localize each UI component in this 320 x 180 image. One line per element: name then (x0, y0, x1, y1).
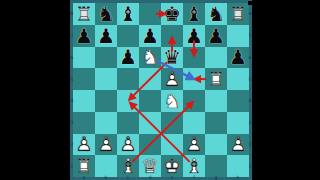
black-pawn-glyph: ♟ (139, 25, 161, 47)
piece-white-king-e1[interactable]: ♚♔ (161, 155, 183, 177)
piece-black-rook-a8[interactable]: ♜♖ (73, 3, 95, 25)
square-d2[interactable] (139, 134, 161, 156)
piece-black-bishop-c8[interactable]: ♝ (117, 3, 139, 25)
square-b2[interactable]: ♟♙ (95, 134, 117, 156)
white-queen-glyph: ♕ (139, 155, 161, 177)
square-g2[interactable] (205, 134, 227, 156)
piece-black-pawn-f7[interactable]: ♟ (183, 25, 205, 47)
square-d1[interactable]: ♛♕ (139, 155, 161, 177)
piece-black-knight-g8[interactable]: ♞ (205, 3, 227, 25)
white-pawn-glyph: ♙ (73, 134, 95, 156)
white-pawn-glyph: ♙ (183, 134, 205, 156)
piece-black-pawn-b7[interactable]: ♟ (95, 25, 117, 47)
white-knight-glyph: ♘ (139, 47, 161, 69)
square-a7[interactable]: ♟ (73, 25, 95, 47)
square-b6[interactable] (95, 47, 117, 69)
board-corner-mark (248, 1, 252, 5)
piece-white-knight-e4[interactable]: ♞♘ (161, 90, 183, 112)
piece-black-pawn-g7[interactable]: ♟ (205, 25, 227, 47)
white-pawn-glyph: ♙ (161, 68, 183, 90)
square-a8[interactable]: ♜♖ (73, 3, 95, 25)
black-king-glyph: ♚ (161, 3, 183, 25)
square-b5[interactable] (95, 68, 117, 90)
square-h7[interactable] (227, 25, 249, 47)
black-rook-glyph: ♖ (227, 3, 249, 25)
piece-white-pawn-h2[interactable]: ♟♙ (227, 134, 249, 156)
white-pawn-glyph: ♙ (95, 134, 117, 156)
white-bishop-glyph: ♗ (183, 155, 205, 177)
square-g4[interactable] (205, 90, 227, 112)
piece-white-pawn-b2[interactable]: ♟♙ (95, 134, 117, 156)
piece-black-pawn-a7[interactable]: ♟ (73, 25, 95, 47)
square-g1[interactable] (205, 155, 227, 177)
square-c5[interactable] (117, 68, 139, 90)
square-e6[interactable]: ♛ (161, 47, 183, 69)
square-f5[interactable] (183, 68, 205, 90)
square-d8[interactable] (139, 3, 161, 25)
square-a6[interactable] (73, 47, 95, 69)
white-knight-glyph: ♘ (161, 90, 183, 112)
piece-black-bishop-f8[interactable]: ♝ (183, 3, 205, 25)
square-h3[interactable] (227, 112, 249, 134)
square-c3[interactable] (117, 112, 139, 134)
square-g6[interactable] (205, 47, 227, 69)
square-h2[interactable]: ♟♙ (227, 134, 249, 156)
square-g8[interactable]: ♞ (205, 3, 227, 25)
square-h4[interactable] (227, 90, 249, 112)
chess-board-frame: ♜♖♞♝♚♝♞♜♖♟♟♟♟♟♟♞♘♛♟♟♙♜♖♞♘♟♙♟♙♟♙♟♙♟♙♜♖♝♗♛… (70, 0, 252, 180)
square-b1[interactable] (95, 155, 117, 177)
piece-black-king-e8[interactable]: ♚ (161, 3, 183, 25)
square-c8[interactable]: ♝ (117, 3, 139, 25)
piece-black-pawn-c6[interactable]: ♟ (117, 47, 139, 69)
piece-black-queen-e6[interactable]: ♛ (161, 47, 183, 69)
square-a1[interactable]: ♜♖ (73, 155, 95, 177)
black-pawn-glyph: ♟ (95, 25, 117, 47)
piece-white-bishop-c1[interactable]: ♝♗ (117, 155, 139, 177)
piece-black-pawn-d7[interactable]: ♟ (139, 25, 161, 47)
chess-app-canvas: ♜♖♞♝♚♝♞♜♖♟♟♟♟♟♟♞♘♛♟♟♙♜♖♞♘♟♙♟♙♟♙♟♙♟♙♜♖♝♗♛… (0, 0, 320, 180)
black-pawn-glyph: ♟ (117, 47, 139, 69)
white-pawn-glyph: ♙ (117, 134, 139, 156)
square-a3[interactable] (73, 112, 95, 134)
square-f3[interactable] (183, 112, 205, 134)
square-h1[interactable] (227, 155, 249, 177)
black-knight-glyph: ♞ (205, 3, 227, 25)
white-rook-glyph: ♖ (205, 68, 227, 90)
piece-white-pawn-f2[interactable]: ♟♙ (183, 134, 205, 156)
piece-white-pawn-a2[interactable]: ♟♙ (73, 134, 95, 156)
piece-black-rook-h8[interactable]: ♜♖ (227, 3, 249, 25)
square-f8[interactable]: ♝ (183, 3, 205, 25)
white-pawn-glyph: ♙ (227, 134, 249, 156)
square-c1[interactable]: ♝♗ (117, 155, 139, 177)
square-b3[interactable] (95, 112, 117, 134)
square-c6[interactable]: ♟ (117, 47, 139, 69)
black-bishop-glyph: ♝ (117, 3, 139, 25)
square-d3[interactable] (139, 112, 161, 134)
square-d4[interactable] (139, 90, 161, 112)
black-bishop-glyph: ♝ (183, 3, 205, 25)
piece-white-rook-g5[interactable]: ♜♖ (205, 68, 227, 90)
piece-white-knight-d6[interactable]: ♞♘ (139, 47, 161, 69)
square-a2[interactable]: ♟♙ (73, 134, 95, 156)
piece-black-knight-b8[interactable]: ♞ (95, 3, 117, 25)
square-g5[interactable]: ♜♖ (205, 68, 227, 90)
square-a4[interactable] (73, 90, 95, 112)
chess-board: ♜♖♞♝♚♝♞♜♖♟♟♟♟♟♟♞♘♛♟♟♙♜♖♞♘♟♙♟♙♟♙♟♙♟♙♜♖♝♗♛… (73, 3, 249, 177)
white-rook-glyph: ♖ (73, 155, 95, 177)
piece-white-bishop-f1[interactable]: ♝♗ (183, 155, 205, 177)
square-d7[interactable]: ♟ (139, 25, 161, 47)
black-rook-glyph: ♖ (73, 3, 95, 25)
white-bishop-glyph: ♗ (117, 155, 139, 177)
black-pawn-glyph: ♟ (73, 25, 95, 47)
square-e4[interactable]: ♞♘ (161, 90, 183, 112)
piece-white-pawn-e5[interactable]: ♟♙ (161, 68, 183, 90)
piece-black-pawn-h6[interactable]: ♟ (227, 47, 249, 69)
square-d5[interactable] (139, 68, 161, 90)
square-a5[interactable] (73, 68, 95, 90)
square-e7[interactable] (161, 25, 183, 47)
square-e1[interactable]: ♚♔ (161, 155, 183, 177)
square-c2[interactable]: ♟♙ (117, 134, 139, 156)
square-f1[interactable]: ♝♗ (183, 155, 205, 177)
square-e8[interactable]: ♚ (161, 3, 183, 25)
square-f6[interactable] (183, 47, 205, 69)
piece-white-rook-a1[interactable]: ♜♖ (73, 155, 95, 177)
square-c4[interactable] (117, 90, 139, 112)
square-h8[interactable]: ♜♖ (227, 3, 249, 25)
square-b8[interactable]: ♞ (95, 3, 117, 25)
square-f4[interactable] (183, 90, 205, 112)
square-g3[interactable] (205, 112, 227, 134)
square-b4[interactable] (95, 90, 117, 112)
piece-white-pawn-c2[interactable]: ♟♙ (117, 134, 139, 156)
black-queen-glyph: ♛ (161, 47, 183, 69)
square-f2[interactable]: ♟♙ (183, 134, 205, 156)
square-h6[interactable]: ♟ (227, 47, 249, 69)
black-pawn-glyph: ♟ (183, 25, 205, 47)
black-pawn-glyph: ♟ (205, 25, 227, 47)
square-h5[interactable] (227, 68, 249, 90)
white-king-glyph: ♔ (161, 155, 183, 177)
square-e3[interactable] (161, 112, 183, 134)
square-g7[interactable]: ♟ (205, 25, 227, 47)
black-knight-glyph: ♞ (95, 3, 117, 25)
square-d6[interactable]: ♞♘ (139, 47, 161, 69)
square-e5[interactable]: ♟♙ (161, 68, 183, 90)
square-c7[interactable] (117, 25, 139, 47)
piece-white-queen-d1[interactable]: ♛♕ (139, 155, 161, 177)
black-pawn-glyph: ♟ (227, 47, 249, 69)
square-f7[interactable]: ♟ (183, 25, 205, 47)
square-e2[interactable] (161, 134, 183, 156)
square-b7[interactable]: ♟ (95, 25, 117, 47)
